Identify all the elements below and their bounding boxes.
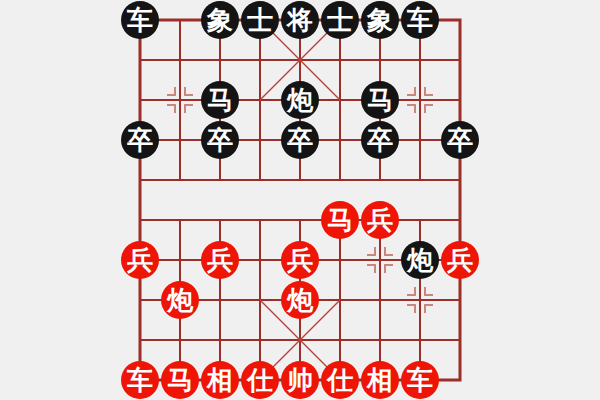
point-marker	[367, 247, 393, 273]
red-soldier[interactable]: 兵	[121, 241, 159, 279]
black-advisor[interactable]: 士	[241, 1, 279, 39]
red-soldier[interactable]: 兵	[201, 241, 239, 279]
red-soldier[interactable]: 兵	[361, 201, 399, 239]
point-marker-corner	[407, 287, 416, 296]
black-advisor[interactable]: 士	[321, 1, 359, 39]
xiangqi-app: 车象士将士象车马炮马卒卒卒卒卒马兵兵兵兵炮兵炮炮车马相仕帅仕相车	[0, 0, 600, 400]
point-marker-corner	[424, 104, 433, 113]
red-chariot[interactable]: 车	[121, 361, 159, 399]
red-advisor[interactable]: 仕	[321, 361, 359, 399]
point-marker-corner	[184, 104, 193, 113]
point-marker-corner	[367, 247, 376, 256]
point-marker-corner	[384, 247, 393, 256]
red-cannon[interactable]: 炮	[161, 281, 199, 319]
point-marker	[407, 87, 433, 113]
point-marker-corner	[424, 304, 433, 313]
black-horse[interactable]: 马	[361, 81, 399, 119]
black-chariot[interactable]: 车	[121, 1, 159, 39]
red-soldier[interactable]: 兵	[441, 241, 479, 279]
black-cannon[interactable]: 炮	[401, 241, 439, 279]
point-marker-corner	[407, 104, 416, 113]
point-marker	[407, 287, 433, 313]
red-general[interactable]: 帅	[281, 361, 319, 399]
point-marker	[167, 87, 193, 113]
red-cannon[interactable]: 炮	[281, 281, 319, 319]
black-soldier[interactable]: 卒	[121, 121, 159, 159]
red-elephant[interactable]: 相	[361, 361, 399, 399]
point-marker-corner	[407, 304, 416, 313]
black-chariot[interactable]: 车	[401, 1, 439, 39]
black-soldier[interactable]: 卒	[281, 121, 319, 159]
point-marker-corner	[367, 264, 376, 273]
red-horse[interactable]: 马	[161, 361, 199, 399]
red-chariot[interactable]: 车	[401, 361, 439, 399]
black-soldier[interactable]: 卒	[361, 121, 399, 159]
black-general[interactable]: 将	[281, 1, 319, 39]
point-marker-corner	[424, 287, 433, 296]
black-soldier[interactable]: 卒	[441, 121, 479, 159]
red-horse[interactable]: 马	[321, 201, 359, 239]
point-marker-corner	[167, 104, 176, 113]
black-soldier[interactable]: 卒	[201, 121, 239, 159]
red-advisor[interactable]: 仕	[241, 361, 279, 399]
point-marker-corner	[167, 87, 176, 96]
point-marker-corner	[184, 87, 193, 96]
point-marker-corner	[407, 87, 416, 96]
black-cannon[interactable]: 炮	[281, 81, 319, 119]
point-marker-corner	[384, 264, 393, 273]
black-elephant[interactable]: 象	[361, 1, 399, 39]
red-elephant[interactable]: 相	[201, 361, 239, 399]
black-horse[interactable]: 马	[201, 81, 239, 119]
red-soldier[interactable]: 兵	[281, 241, 319, 279]
board-grid: 车象士将士象车马炮马卒卒卒卒卒马兵兵兵兵炮兵炮炮车马相仕帅仕相车	[120, 0, 480, 400]
black-elephant[interactable]: 象	[201, 1, 239, 39]
point-marker-corner	[424, 87, 433, 96]
